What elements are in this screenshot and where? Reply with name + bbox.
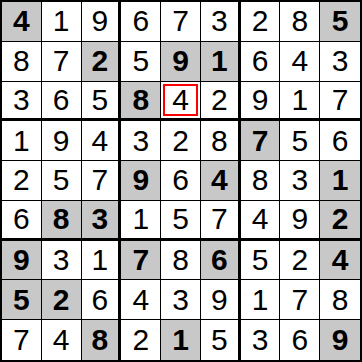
cell-r2c4[interactable]: 5 xyxy=(121,42,161,82)
cell-r9c6[interactable]: 5 xyxy=(201,320,241,360)
cell-r9c3[interactable]: 8 xyxy=(82,320,122,360)
cell-r8c1[interactable]: 5 xyxy=(2,280,42,320)
cell-r4c9[interactable]: 6 xyxy=(320,121,360,161)
cell-r8c5[interactable]: 3 xyxy=(161,280,201,320)
cell-r5c1[interactable]: 2 xyxy=(2,161,42,201)
cell-r4c1[interactable]: 1 xyxy=(2,121,42,161)
cell-r2c3[interactable]: 2 xyxy=(82,42,122,82)
cell-r7c9[interactable]: 4 xyxy=(320,241,360,281)
cell-r2c5[interactable]: 9 xyxy=(161,42,201,82)
cell-r6c2[interactable]: 8 xyxy=(42,201,82,241)
cell-r5c6[interactable]: 4 xyxy=(201,161,241,201)
cell-r7c7[interactable]: 5 xyxy=(241,241,281,281)
cell-r3c2[interactable]: 6 xyxy=(42,82,82,122)
cell-r8c3[interactable]: 6 xyxy=(82,280,122,320)
cell-r4c5[interactable]: 2 xyxy=(161,121,201,161)
cell-r5c2[interactable]: 5 xyxy=(42,161,82,201)
cell-r8c9[interactable]: 8 xyxy=(320,280,360,320)
cell-r8c6[interactable]: 9 xyxy=(201,280,241,320)
cell-r6c4[interactable]: 1 xyxy=(121,201,161,241)
cell-r1c7[interactable]: 2 xyxy=(241,2,281,42)
cell-r2c6[interactable]: 1 xyxy=(201,42,241,82)
cell-r9c1[interactable]: 7 xyxy=(2,320,42,360)
cell-r2c8[interactable]: 4 xyxy=(280,42,320,82)
cell-r3c7[interactable]: 9 xyxy=(241,82,281,122)
cell-r7c2[interactable]: 3 xyxy=(42,241,82,281)
cell-r6c8[interactable]: 9 xyxy=(280,201,320,241)
cell-r9c8[interactable]: 6 xyxy=(280,320,320,360)
cell-r2c9[interactable]: 3 xyxy=(320,42,360,82)
cell-r1c1[interactable]: 4 xyxy=(2,2,42,42)
cell-r6c3[interactable]: 3 xyxy=(82,201,122,241)
cell-r1c9[interactable]: 5 xyxy=(320,2,360,42)
cell-r3c6[interactable]: 2 xyxy=(201,82,241,122)
cell-r1c6[interactable]: 3 xyxy=(201,2,241,42)
cell-r4c6[interactable]: 8 xyxy=(201,121,241,161)
cell-r7c4[interactable]: 7 xyxy=(121,241,161,281)
cell-r1c4[interactable]: 6 xyxy=(121,2,161,42)
cell-r6c5[interactable]: 5 xyxy=(161,201,201,241)
cell-r3c3[interactable]: 5 xyxy=(82,82,122,122)
cell-r9c9[interactable]: 9 xyxy=(320,320,360,360)
cell-r2c7[interactable]: 6 xyxy=(241,42,281,82)
cell-r7c5[interactable]: 8 xyxy=(161,241,201,281)
cell-r5c5[interactable]: 6 xyxy=(161,161,201,201)
cell-r8c2[interactable]: 2 xyxy=(42,280,82,320)
cell-r5c9[interactable]: 1 xyxy=(320,161,360,201)
cell-r4c7[interactable]: 7 xyxy=(241,121,281,161)
cell-r7c1[interactable]: 9 xyxy=(2,241,42,281)
cell-r9c4[interactable]: 2 xyxy=(121,320,161,360)
cell-r8c8[interactable]: 7 xyxy=(280,280,320,320)
cell-r5c4[interactable]: 9 xyxy=(121,161,161,201)
cell-r6c7[interactable]: 4 xyxy=(241,201,281,241)
cell-r3c4[interactable]: 8 xyxy=(121,82,161,122)
cell-r3c9[interactable]: 7 xyxy=(320,82,360,122)
cell-r4c4[interactable]: 3 xyxy=(121,121,161,161)
cell-r3c1[interactable]: 3 xyxy=(2,82,42,122)
cell-r3c8[interactable]: 1 xyxy=(280,82,320,122)
cell-r7c8[interactable]: 2 xyxy=(280,241,320,281)
cell-r4c3[interactable]: 4 xyxy=(82,121,122,161)
cell-r1c3[interactable]: 9 xyxy=(82,2,122,42)
cell-r1c5[interactable]: 7 xyxy=(161,2,201,42)
cell-r2c1[interactable]: 8 xyxy=(2,42,42,82)
cell-r4c2[interactable]: 9 xyxy=(42,121,82,161)
cell-r6c1[interactable]: 6 xyxy=(2,201,42,241)
cell-r8c4[interactable]: 4 xyxy=(121,280,161,320)
cell-r2c2[interactable]: 7 xyxy=(42,42,82,82)
cell-r1c8[interactable]: 8 xyxy=(280,2,320,42)
sudoku-board: 4196732858725916433658429171943287562579… xyxy=(0,0,362,362)
cell-r7c3[interactable]: 1 xyxy=(82,241,122,281)
cell-r6c6[interactable]: 7 xyxy=(201,201,241,241)
cell-r5c3[interactable]: 7 xyxy=(82,161,122,201)
cell-r8c7[interactable]: 1 xyxy=(241,280,281,320)
cell-r3c5[interactable]: 4 xyxy=(161,82,201,122)
cell-r9c5[interactable]: 1 xyxy=(161,320,201,360)
cell-r6c9[interactable]: 2 xyxy=(320,201,360,241)
cell-r1c2[interactable]: 1 xyxy=(42,2,82,42)
cell-r9c2[interactable]: 4 xyxy=(42,320,82,360)
cell-r5c7[interactable]: 8 xyxy=(241,161,281,201)
cell-r5c8[interactable]: 3 xyxy=(280,161,320,201)
cell-r4c8[interactable]: 5 xyxy=(280,121,320,161)
cell-r9c7[interactable]: 3 xyxy=(241,320,281,360)
cell-r7c6[interactable]: 6 xyxy=(201,241,241,281)
